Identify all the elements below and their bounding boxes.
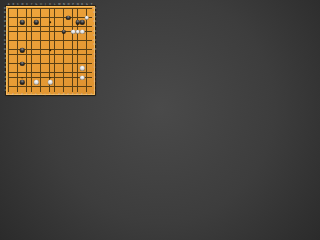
coordinate-column-top: A: [8, 4, 10, 7]
coordinate-row-left: 10: [4, 49, 7, 52]
white-stone-R14: [80, 29, 85, 34]
white-stone-K3: [48, 80, 53, 85]
white-stone-G3: [34, 80, 39, 85]
coordinate-row-right: 6: [94, 67, 96, 70]
star-point: [77, 77, 79, 79]
coordinate-row-right: 14: [93, 30, 96, 33]
coordinate-column-bottom: M: [58, 93, 60, 96]
coordinate-row-left: 19: [4, 7, 7, 10]
coordinate-row-right: 5: [94, 72, 96, 75]
coordinate-row-left: 2: [4, 86, 6, 89]
app-background: AABBCCDDEEFFGGHHJJKKLLMMNNOOPPQQRRSSTT19…: [0, 0, 100, 100]
coordinate-row-right: 7: [94, 63, 96, 66]
coordinate-row-left: 6: [4, 67, 6, 70]
coordinate-row-left: 9: [4, 53, 6, 56]
coordinate-column-bottom: B: [12, 93, 14, 96]
star-point: [77, 49, 79, 51]
coordinate-column-bottom: P: [72, 93, 74, 96]
coordinate-column-top: D: [21, 4, 23, 7]
black-stone-O17: [66, 16, 71, 21]
coordinate-column-top: E: [26, 4, 28, 7]
coordinate-column-bottom: H: [40, 93, 42, 96]
coordinate-column-top: S: [86, 4, 88, 7]
coordinate-row-right: 13: [93, 35, 96, 38]
coordinate-row-left: 17: [4, 17, 7, 20]
go-board: AABBCCDDEEFFGGHHJJKKLLMMNNOOPPQQRRSSTT19…: [6, 6, 95, 95]
coordinate-row-left: 15: [4, 26, 7, 29]
coordinate-column-top: H: [40, 4, 42, 7]
coordinate-row-right: 11: [93, 44, 96, 47]
coordinate-row-left: 5: [4, 72, 6, 75]
black-stone-R16: [80, 20, 85, 25]
coordinate-row-left: 12: [4, 40, 7, 43]
black-stone-N14: [62, 29, 67, 34]
coordinate-column-bottom: F: [31, 93, 33, 96]
star-point: [22, 77, 24, 79]
coordinate-column-bottom: J: [45, 93, 46, 96]
coordinate-row-left: 11: [4, 44, 7, 47]
coordinate-column-bottom: E: [26, 93, 28, 96]
black-stone-D7: [20, 62, 25, 67]
board-grid[interactable]: [8, 8, 91, 91]
coordinate-column-bottom: N: [63, 93, 65, 96]
coordinate-row-right: 18: [93, 12, 96, 15]
coordinate-column-bottom: D: [21, 93, 23, 96]
coordinate-row-right: 16: [93, 21, 96, 24]
coordinate-column-bottom: K: [49, 93, 51, 96]
coordinate-row-right: 4: [94, 76, 96, 79]
black-stone-D16: [20, 20, 25, 25]
star-point: [49, 22, 51, 24]
coordinate-row-left: 1: [4, 90, 6, 93]
star-point: [49, 77, 51, 79]
coordinate-column-bottom: L: [54, 93, 55, 96]
coordinate-column-bottom: T: [91, 93, 93, 96]
coordinate-row-right: 15: [93, 26, 96, 29]
coordinate-row-right: 19: [93, 7, 96, 10]
coordinate-column-bottom: S: [86, 93, 88, 96]
white-stone-S17: [85, 16, 90, 21]
coordinate-row-left: 18: [4, 12, 7, 15]
coordinate-column-bottom: G: [35, 93, 37, 96]
coordinate-row-right: 9: [94, 53, 96, 56]
coordinate-column-top: Q: [77, 4, 79, 7]
black-stone-G16: [34, 20, 39, 25]
coordinate-row-left: 13: [4, 35, 7, 38]
white-stone-R6: [80, 66, 85, 71]
coordinate-row-right: 12: [93, 40, 96, 43]
coordinate-column-top: M: [58, 4, 60, 7]
coordinate-column-top: J: [45, 4, 46, 7]
coordinate-row-left: 3: [4, 81, 6, 84]
coordinate-column-top: R: [81, 4, 83, 7]
coordinate-column-bottom: R: [81, 93, 83, 96]
coordinate-column-bottom: C: [17, 93, 19, 96]
coordinate-row-right: 2: [94, 86, 96, 89]
coordinate-column-top: L: [54, 4, 55, 7]
coordinate-column-top: T: [91, 4, 93, 7]
coordinate-column-top: B: [12, 4, 14, 7]
coordinate-column-bottom: A: [8, 93, 10, 96]
coordinate-row-right: 8: [94, 58, 96, 61]
coordinate-row-right: 1: [94, 90, 96, 93]
coordinate-column-top: P: [72, 4, 74, 7]
coordinate-column-bottom: O: [67, 93, 69, 96]
coordinate-column-top: N: [63, 4, 65, 7]
coordinate-column-top: O: [67, 4, 69, 7]
coordinate-column-bottom: Q: [77, 93, 79, 96]
coordinate-row-right: 17: [93, 17, 96, 20]
coordinate-column-top: F: [31, 4, 33, 7]
coordinate-column-top: C: [17, 4, 19, 7]
black-stone-D10: [20, 48, 25, 53]
coordinate-row-right: 3: [94, 81, 96, 84]
coordinate-row-left: 16: [4, 21, 7, 24]
white-stone-R4: [80, 75, 85, 80]
coordinate-row-left: 8: [4, 58, 6, 61]
coordinate-column-top: K: [49, 4, 51, 7]
coordinate-row-left: 4: [4, 76, 6, 79]
coordinate-row-left: 7: [4, 63, 6, 66]
coordinate-row-left: 14: [4, 30, 7, 33]
coordinate-row-right: 10: [93, 49, 96, 52]
black-stone-D3: [20, 80, 25, 85]
coordinate-column-top: G: [35, 4, 37, 7]
star-point: [49, 49, 51, 51]
